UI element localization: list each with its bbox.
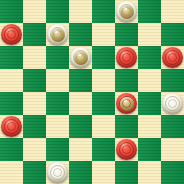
square-r0c2[interactable]: [46, 0, 69, 23]
square-r3c5[interactable]: [115, 69, 138, 92]
square-r1c7[interactable]: [161, 23, 184, 46]
king-crown-dome: [51, 28, 65, 42]
square-r4c2[interactable]: [46, 92, 69, 115]
square-r1c2[interactable]: [46, 23, 69, 46]
white-king-piece[interactable]: [47, 24, 68, 45]
square-r1c4[interactable]: [92, 23, 115, 46]
white-man-piece[interactable]: [47, 162, 68, 183]
red-man-piece[interactable]: [162, 47, 183, 68]
square-r7c6[interactable]: [138, 161, 161, 184]
square-r5c4[interactable]: [92, 115, 115, 138]
square-r2c7[interactable]: [161, 46, 184, 69]
square-r1c3[interactable]: [69, 23, 92, 46]
red-man-piece[interactable]: [1, 116, 22, 137]
square-r6c5[interactable]: [115, 138, 138, 161]
king-crown-dome: [120, 97, 134, 111]
square-r1c0[interactable]: [0, 23, 23, 46]
square-r2c6[interactable]: [138, 46, 161, 69]
square-r3c3[interactable]: [69, 69, 92, 92]
square-r4c0[interactable]: [0, 92, 23, 115]
square-r1c5[interactable]: [115, 23, 138, 46]
square-r7c1[interactable]: [23, 161, 46, 184]
king-crown-dome: [120, 5, 134, 19]
square-r2c5[interactable]: [115, 46, 138, 69]
red-man-piece[interactable]: [1, 24, 22, 45]
square-r2c0[interactable]: [0, 46, 23, 69]
square-r5c5[interactable]: [115, 115, 138, 138]
red-man-piece[interactable]: [116, 139, 137, 160]
square-r6c2[interactable]: [46, 138, 69, 161]
square-r3c2[interactable]: [46, 69, 69, 92]
square-r4c6[interactable]: [138, 92, 161, 115]
square-r6c1[interactable]: [23, 138, 46, 161]
square-r5c3[interactable]: [69, 115, 92, 138]
square-r2c1[interactable]: [23, 46, 46, 69]
square-r0c4[interactable]: [92, 0, 115, 23]
square-r3c7[interactable]: [161, 69, 184, 92]
square-r2c2[interactable]: [46, 46, 69, 69]
square-r4c3[interactable]: [69, 92, 92, 115]
red-king-piece[interactable]: [116, 93, 137, 114]
white-king-piece[interactable]: [70, 47, 91, 68]
red-man-piece[interactable]: [116, 47, 137, 68]
square-r0c3[interactable]: [69, 0, 92, 23]
white-king-piece[interactable]: [116, 1, 137, 22]
checkers-board: [0, 0, 184, 184]
square-r1c6[interactable]: [138, 23, 161, 46]
square-r4c5[interactable]: [115, 92, 138, 115]
square-r7c3[interactable]: [69, 161, 92, 184]
square-r5c0[interactable]: [0, 115, 23, 138]
square-r7c2[interactable]: [46, 161, 69, 184]
square-r6c7[interactable]: [161, 138, 184, 161]
square-r5c1[interactable]: [23, 115, 46, 138]
square-r2c3[interactable]: [69, 46, 92, 69]
square-r7c4[interactable]: [92, 161, 115, 184]
square-r3c0[interactable]: [0, 69, 23, 92]
square-r0c5[interactable]: [115, 0, 138, 23]
square-r7c5[interactable]: [115, 161, 138, 184]
square-r0c7[interactable]: [161, 0, 184, 23]
square-r5c6[interactable]: [138, 115, 161, 138]
square-r2c4[interactable]: [92, 46, 115, 69]
square-r6c0[interactable]: [0, 138, 23, 161]
square-r7c7[interactable]: [161, 161, 184, 184]
square-r4c1[interactable]: [23, 92, 46, 115]
square-r3c6[interactable]: [138, 69, 161, 92]
square-r0c1[interactable]: [23, 0, 46, 23]
square-r6c6[interactable]: [138, 138, 161, 161]
king-crown-dome: [74, 51, 88, 65]
square-r3c1[interactable]: [23, 69, 46, 92]
square-r3c4[interactable]: [92, 69, 115, 92]
white-man-piece[interactable]: [162, 93, 183, 114]
square-r4c7[interactable]: [161, 92, 184, 115]
square-r7c0[interactable]: [0, 161, 23, 184]
square-r6c4[interactable]: [92, 138, 115, 161]
square-r1c1[interactable]: [23, 23, 46, 46]
square-r4c4[interactable]: [92, 92, 115, 115]
square-r5c7[interactable]: [161, 115, 184, 138]
square-r0c0[interactable]: [0, 0, 23, 23]
square-r6c3[interactable]: [69, 138, 92, 161]
square-r5c2[interactable]: [46, 115, 69, 138]
square-r0c6[interactable]: [138, 0, 161, 23]
